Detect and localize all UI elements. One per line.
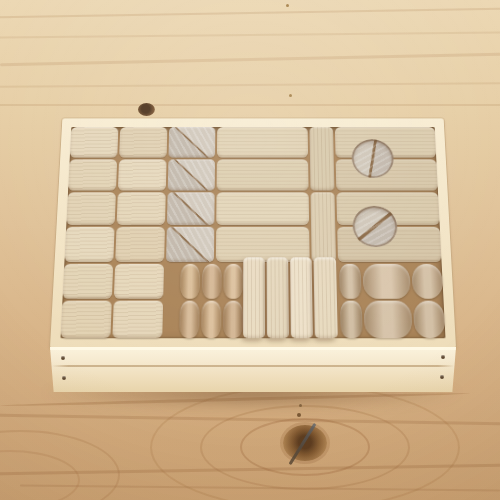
tray-well [61,127,446,338]
block-cube [118,159,167,190]
block-tray-top [50,118,456,348]
wood-grain-streak [0,31,500,38]
screw-icon [62,376,66,380]
block-plank-v [311,192,337,262]
block-cyl-s [223,264,243,299]
block-cyl-s [201,301,221,339]
block-cube [70,127,119,158]
block-cube [112,301,163,339]
screw-icon [440,375,444,379]
block-cyl-s [202,264,222,299]
wood-speck [297,413,301,417]
block-cube [63,264,114,299]
block-cyl-w [413,301,446,339]
block-cyl-s [180,264,200,299]
block-cube [66,192,116,225]
block-plank-h [217,159,309,190]
wood-grain-streak [0,413,500,426]
tray-front-seam [52,365,454,367]
wood-speck [289,94,292,97]
screw-icon [441,355,445,359]
block-cyl-w [362,264,410,299]
block-triangle-pair [168,159,215,190]
block-round-pair [352,206,398,247]
photo-scene [0,0,500,500]
block-triangle-pair [166,227,214,262]
block-cube [61,301,112,339]
wood-grain-streak [0,82,500,88]
block-cyl-w [411,264,443,299]
wood-grain-streak [0,104,500,106]
wood-grain-streak [0,7,500,18]
block-cube [117,192,166,225]
wood-grain-streak [0,463,500,475]
block-plank-v [309,127,334,191]
tray-front-panel [50,347,456,392]
wood-knot [283,425,327,461]
tray-front-edge-highlight [50,347,456,350]
screw-icon [61,356,65,360]
wood-speck [286,4,289,7]
block-plank-standing [267,257,289,338]
wood-knot [138,103,155,116]
block-plank-standing [243,257,265,338]
block-cyl-s [223,301,243,339]
block-cube [115,227,165,262]
block-plank-standing [314,257,338,338]
block-plank-h [217,127,308,158]
block-cyl-w [364,301,413,339]
block-triangle-pair [169,127,216,158]
wood-grain-streak [0,53,500,67]
block-round-pair [351,139,394,178]
block-cube [119,127,167,158]
wood-grain-streak [20,484,500,491]
wood-grain-swirl [0,450,80,500]
block-cyl-n [339,264,362,299]
block-cube [114,264,164,299]
block-triangle-pair [167,192,215,225]
block-cube [64,227,114,262]
wood-grain-swirl [0,430,120,500]
block-cube [68,159,117,190]
block-cyl-s [179,301,199,339]
block-cyl-n [340,301,363,339]
block-plank-standing [290,257,313,338]
block-plank-h [216,192,309,225]
